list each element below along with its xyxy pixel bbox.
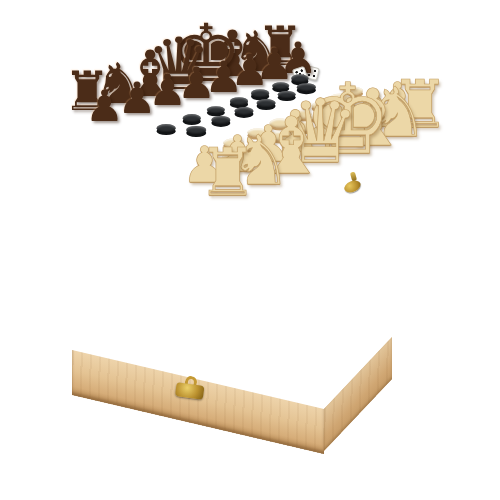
board-square: [279, 123, 327, 142]
board-square: [303, 363, 345, 384]
board-square: [291, 90, 335, 106]
board-square: [135, 146, 189, 168]
decorative-red-border-line: [51, 57, 452, 216]
checker-black: [230, 97, 248, 105]
board-square: [260, 60, 301, 73]
box-right-face: [324, 337, 392, 451]
checker-white: [291, 122, 313, 131]
wood-grain: [72, 350, 324, 454]
chess-piece-dark-king: ♚: [170, 15, 242, 95]
board-square: [246, 350, 288, 371]
board-square: [210, 160, 264, 183]
checker-white: [270, 119, 291, 128]
board-square: [221, 139, 272, 160]
decorative-red-border-dots: [51, 57, 452, 216]
chess-piece-light-pawn: ♟: [215, 129, 260, 179]
board-square: [300, 134, 349, 154]
checker-black: [252, 89, 270, 96]
chess-piece-light-pawn: ♟: [302, 100, 347, 150]
board-square: [246, 314, 288, 335]
board-square: [327, 126, 374, 145]
chess-piece-light-knight: ♞: [366, 78, 427, 147]
chess-board-grid: [62, 60, 442, 210]
board-square: [173, 91, 219, 107]
board-square: [120, 303, 162, 324]
board-square: [210, 110, 258, 128]
checker-white: [291, 110, 312, 119]
board-square: [258, 113, 305, 131]
board-square: [220, 94, 266, 110]
board-square: [302, 328, 344, 349]
checker-black: [207, 106, 225, 114]
board-square: [126, 88, 173, 104]
checker-black: [187, 125, 207, 133]
chess-piece-light-king: ♚: [303, 70, 391, 168]
board-square: [349, 136, 397, 156]
board-square: [200, 128, 250, 148]
checker-black: [211, 116, 230, 124]
board-square: [236, 65, 278, 79]
board-square: [120, 338, 162, 359]
board-square: [97, 123, 149, 143]
board-square: [230, 120, 279, 139]
board-square: [190, 337, 232, 358]
board-square: [189, 148, 242, 170]
board-square: [169, 137, 221, 158]
chess-piece-dark-pawn: ♟: [118, 77, 157, 120]
chess-piece-dark-bishop: ♝: [121, 42, 178, 106]
board-square: [112, 105, 162, 123]
board-square: [62, 102, 112, 120]
chess-piece-light-bishop: ♝: [338, 78, 408, 156]
board-square: [211, 70, 254, 84]
board-square: [161, 295, 203, 316]
board-square: [192, 101, 239, 118]
checker-white: [343, 87, 363, 95]
board-square: [190, 301, 232, 322]
board-square: [334, 93, 377, 109]
checker-white: [221, 153, 244, 162]
board-square: [310, 99, 354, 115]
box-front-face: [72, 350, 324, 454]
board-square: [305, 115, 351, 133]
chess-piece-light-pawn: ♟: [352, 84, 397, 134]
chess-piece-dark-pawn: ♟: [231, 49, 270, 92]
board-square: [162, 108, 211, 126]
chess-piece-dark-rook: ♜: [256, 20, 304, 74]
brass-hasp-icon: [175, 376, 206, 402]
board-square: [265, 163, 318, 186]
board-square: [260, 336, 302, 357]
board-square: [354, 102, 398, 118]
board-square: [274, 321, 316, 342]
board-square: [352, 118, 398, 136]
checker-white: [311, 101, 331, 110]
chess-piece-dark-pawn: ♟: [279, 37, 318, 80]
board-square: [176, 316, 218, 337]
board-square: [92, 332, 134, 353]
checker-white: [269, 132, 291, 141]
board-square: [232, 329, 274, 350]
board-square: [233, 173, 288, 198]
checker-black: [291, 75, 308, 82]
board-square: [265, 96, 310, 112]
board-square: [289, 378, 331, 399]
board-square: [184, 76, 228, 91]
chess-piece-light-pawn: ♟: [375, 76, 420, 126]
die-icon: [304, 66, 320, 82]
open-board-surface: [30, 52, 470, 228]
board-square: [148, 309, 190, 330]
board-square: [218, 344, 260, 365]
board-square: [115, 134, 168, 155]
board-square: [233, 365, 275, 386]
checker-black: [183, 115, 201, 123]
checker-white: [246, 142, 268, 151]
board-square: [330, 334, 372, 355]
chess-piece-light-pawn: ♟: [182, 140, 227, 190]
board-square: [176, 351, 218, 372]
board-square: [285, 106, 331, 123]
fold-seam: [112, 88, 371, 162]
checker-white: [330, 93, 350, 102]
checker-white: [223, 138, 244, 147]
chess-piece-dark-knight: ♞: [232, 24, 282, 80]
chess-piece-light-pawn: ♟: [328, 92, 373, 142]
chess-piece-dark-knight: ♞: [94, 55, 144, 111]
chess-piece-dark-pawn: ♟: [148, 69, 187, 112]
board-square: [246, 87, 290, 103]
checker-black: [235, 107, 254, 115]
board-square: [162, 330, 204, 351]
board-square: [149, 126, 200, 146]
board-square: [133, 288, 175, 309]
checker-black: [157, 124, 176, 132]
chess-piece-dark-bishop: ♝: [203, 22, 260, 86]
board-square: [144, 98, 192, 115]
board-square: [288, 342, 330, 363]
checker-white: [331, 104, 352, 113]
product-photo-scene: ♜♞♝♛♚♝♞♜♟♟♟♟♟♟♟♟♟♟♟♟♟♟♟♟♜♞♝♛♚♝♞♜: [0, 0, 500, 500]
chess-piece-dark-rook: ♜: [63, 65, 111, 119]
board-square: [316, 349, 358, 370]
board-square: [242, 151, 294, 173]
checker-black: [297, 83, 315, 91]
chess-piece-dark-pawn: ♟: [255, 43, 294, 86]
decorative-white-dotted-border: [40, 54, 462, 222]
chess-piece-dark-pawn: ♟: [85, 85, 124, 128]
board-square: [130, 115, 180, 134]
board-square: [201, 85, 246, 101]
board-square: [376, 111, 420, 128]
chess-piece-light-pawn: ♟: [246, 119, 291, 169]
board-square: [253, 73, 295, 87]
board-square: [296, 76, 338, 90]
checker-white: [247, 128, 268, 137]
board-square: [228, 79, 272, 94]
hasp-plate: [175, 382, 205, 400]
board-square: [204, 322, 246, 343]
chess-piece-dark-pawn: ♟: [205, 55, 244, 98]
brass-clasp-icon: [343, 178, 363, 195]
board-square: [331, 108, 376, 125]
board-square: [106, 317, 148, 338]
chess-piece-light-knight: ♞: [230, 126, 291, 195]
checker-black: [257, 99, 276, 107]
chess-piece-light-pawn: ♟: [275, 109, 320, 159]
chess-piece-light-queen: ♛: [281, 88, 360, 176]
checker-black: [277, 91, 296, 99]
die-icon: [292, 66, 308, 82]
board-square: [199, 184, 256, 210]
board-square: [79, 112, 130, 131]
board-square: [274, 357, 316, 378]
chess-piece-dark-queen: ♛: [146, 28, 211, 100]
board-square: [218, 308, 260, 329]
board-square: [323, 144, 373, 165]
board-square: [374, 128, 420, 147]
checker-black: [272, 82, 290, 89]
board-square: [397, 120, 442, 138]
board-square: [272, 142, 322, 163]
checker-white: [312, 113, 334, 122]
board-square: [204, 358, 246, 379]
board-square: [251, 131, 301, 151]
chess-piece-light-rook: ♜: [198, 140, 257, 206]
board-square: [278, 68, 319, 82]
board-square: [148, 345, 190, 366]
board-square: [272, 81, 315, 96]
board-square: [239, 103, 285, 120]
chess-piece-light-rook: ♜: [390, 72, 449, 138]
chess-piece-light-bishop: ♝: [256, 107, 326, 185]
board-square: [181, 118, 231, 137]
board-square: [315, 84, 357, 99]
board-square: [294, 153, 345, 175]
chess-piece-dark-pawn: ♟: [177, 62, 216, 105]
board-square: [155, 158, 210, 181]
board-square: [156, 82, 202, 98]
board-square: [95, 95, 144, 112]
board-square: [177, 171, 233, 196]
board-square: [261, 371, 303, 392]
board-square: [134, 324, 176, 345]
wood-grain: [324, 337, 392, 451]
